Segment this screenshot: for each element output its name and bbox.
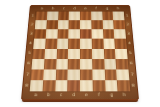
coordinate-label-e: e [80,92,93,98]
coordinate-label-a: a [29,92,42,98]
coordinate-label-f: f [93,92,106,98]
coordinate-label-d: d [67,92,80,98]
square-a4[interactable] [33,39,45,49]
coordinate-label-b: b [47,7,58,11]
chessboard-frame: abcdefgh abcdefgh 12345678 12345678 [21,5,139,100]
board-side-edge [22,99,138,102]
square-f4[interactable] [92,39,104,49]
square-e6[interactable] [80,59,92,69]
square-f8[interactable] [92,80,105,91]
square-a1[interactable] [36,12,48,21]
square-e4[interactable] [80,39,92,49]
square-a3[interactable] [34,29,46,38]
square-d1[interactable] [69,12,80,21]
square-d5[interactable] [68,49,80,59]
coordinate-label-d: d [69,7,80,11]
coordinate-label-6: 6 [128,59,136,69]
square-f5[interactable] [92,49,104,59]
square-h1[interactable] [113,12,125,21]
square-b4[interactable] [45,39,57,49]
coordinate-label-8: 8 [129,80,137,91]
coordinate-label-2: 2 [124,20,131,29]
coordinate-label-5: 5 [127,49,134,59]
square-d8[interactable] [67,80,80,91]
square-c3[interactable] [57,29,69,38]
square-c6[interactable] [56,59,68,69]
coordinate-label-c: c [58,7,69,11]
square-e7[interactable] [80,69,92,80]
square-g2[interactable] [102,20,114,29]
square-c2[interactable] [57,20,68,29]
square-f6[interactable] [92,59,104,69]
square-a2[interactable] [35,20,47,29]
square-b3[interactable] [45,29,57,38]
coordinate-label-4: 4 [126,39,133,49]
coordinate-label-1: 1 [124,12,131,21]
square-g3[interactable] [103,29,115,38]
square-c7[interactable] [55,69,68,80]
square-b1[interactable] [47,12,58,21]
square-e3[interactable] [80,29,92,38]
coordinate-label-h: h [118,92,131,98]
square-h5[interactable] [115,49,128,59]
square-b2[interactable] [46,20,58,29]
square-e5[interactable] [80,49,92,59]
square-e8[interactable] [80,80,93,91]
square-c1[interactable] [58,12,69,21]
chessboard-squares [30,12,131,92]
square-f2[interactable] [91,20,102,29]
square-g1[interactable] [102,12,113,21]
square-b5[interactable] [44,49,56,59]
coordinate-label-b: b [42,92,55,98]
square-a8[interactable] [30,80,43,91]
coordinate-label-g: g [102,7,113,11]
square-h2[interactable] [113,20,125,29]
coordinate-label-a: a [36,7,47,11]
square-h8[interactable] [117,80,130,91]
square-g6[interactable] [104,59,117,69]
square-b6[interactable] [44,59,57,69]
square-d3[interactable] [68,29,80,38]
coordinate-label-g: g [105,92,118,98]
square-h3[interactable] [114,29,126,38]
coordinate-label-7: 7 [128,69,136,80]
square-g8[interactable] [105,80,118,91]
coordinate-label-e: e [80,7,91,11]
square-d7[interactable] [68,69,80,80]
square-a5[interactable] [32,49,45,59]
coordinate-label-h: h [113,7,124,11]
chessboard: abcdefgh abcdefgh 12345678 12345678 [21,5,139,100]
file-labels-top: abcdefgh [36,7,123,11]
file-labels-bottom: abcdefgh [29,92,131,98]
square-c5[interactable] [56,49,68,59]
square-d6[interactable] [68,59,80,69]
square-e2[interactable] [80,20,91,29]
square-a6[interactable] [32,59,45,69]
square-f3[interactable] [91,29,103,38]
coordinate-label-f: f [91,7,102,11]
square-f7[interactable] [92,69,105,80]
square-h7[interactable] [116,69,129,80]
square-g4[interactable] [103,39,115,49]
square-b8[interactable] [42,80,55,91]
square-d2[interactable] [69,20,80,29]
square-g5[interactable] [103,49,115,59]
square-h6[interactable] [116,59,129,69]
coordinate-label-3: 3 [125,29,132,38]
square-c8[interactable] [55,80,68,91]
square-a7[interactable] [31,69,44,80]
coordinate-label-c: c [55,92,68,98]
square-c4[interactable] [57,39,69,49]
square-f1[interactable] [91,12,102,21]
photo-background: abcdefgh abcdefgh 12345678 12345678 [0,0,160,107]
square-b7[interactable] [43,69,56,80]
square-d4[interactable] [68,39,80,49]
square-g7[interactable] [104,69,117,80]
square-e1[interactable] [80,12,91,21]
square-h4[interactable] [115,39,127,49]
